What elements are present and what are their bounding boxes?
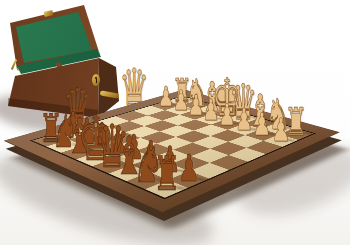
lid-latch-icon xyxy=(44,10,54,17)
keyhole-icon xyxy=(92,74,100,86)
keyhole-hole xyxy=(95,77,97,79)
chess-set-product-photo: Product photo of a Staunton chess set: w… xyxy=(0,0,350,245)
keyhole-slot xyxy=(96,79,97,83)
quadrant-hinge-icon xyxy=(11,59,17,70)
brass-handle-icon xyxy=(100,90,120,98)
chess-board xyxy=(4,89,340,212)
board-sheen xyxy=(5,90,338,212)
